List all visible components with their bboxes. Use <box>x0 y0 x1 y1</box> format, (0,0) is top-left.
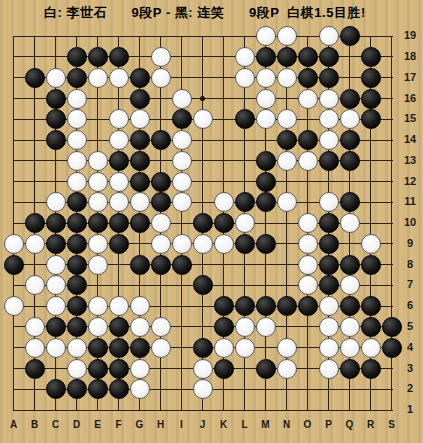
stone-black-D10[interactable] <box>67 213 87 233</box>
stone-black-G4[interactable] <box>130 338 150 358</box>
stone-white-J9[interactable] <box>193 234 213 254</box>
stone-black-M12[interactable] <box>256 172 276 192</box>
stone-white-L17[interactable] <box>235 68 255 88</box>
stone-black-E2[interactable] <box>88 379 108 399</box>
stone-white-K9[interactable] <box>214 234 234 254</box>
stone-black-C9[interactable] <box>46 234 66 254</box>
stone-black-G16[interactable] <box>130 89 150 109</box>
stone-white-D13[interactable] <box>67 151 87 171</box>
stone-white-D3[interactable] <box>67 359 87 379</box>
row-label-2: 2 <box>397 382 423 394</box>
stone-white-I13[interactable] <box>172 151 192 171</box>
stone-white-C8[interactable] <box>46 255 66 275</box>
stone-black-F10[interactable] <box>109 213 129 233</box>
stone-white-E6[interactable] <box>88 296 108 316</box>
row-label-19: 19 <box>397 29 423 41</box>
stone-black-D18[interactable] <box>67 47 87 67</box>
stone-white-E8[interactable] <box>88 255 108 275</box>
stone-white-P16[interactable] <box>319 89 339 109</box>
row-label-10: 10 <box>397 216 423 228</box>
stone-white-N11[interactable] <box>277 192 297 212</box>
col-label-N: N <box>276 419 297 430</box>
stone-white-E9[interactable] <box>88 234 108 254</box>
stone-white-P4[interactable] <box>319 338 339 358</box>
col-label-S: S <box>381 419 402 430</box>
row-label-8: 8 <box>397 258 423 270</box>
stone-white-M17[interactable] <box>256 68 276 88</box>
stone-black-D8[interactable] <box>67 255 87 275</box>
stone-white-F11[interactable] <box>109 192 129 212</box>
stone-white-O13[interactable] <box>298 151 318 171</box>
stone-white-M5[interactable] <box>256 317 276 337</box>
stone-black-P13[interactable] <box>319 151 339 171</box>
go-board-app: 白: 李世石 9段P - 黑: 连笑 9段P 白棋1.5目胜! ABCDEFGH… <box>0 0 423 443</box>
stone-white-C7[interactable] <box>46 275 66 295</box>
stone-white-G6[interactable] <box>130 296 150 316</box>
col-label-M: M <box>255 419 276 430</box>
stone-black-F2[interactable] <box>109 379 129 399</box>
stone-white-C11[interactable] <box>46 192 66 212</box>
stone-white-F14[interactable] <box>109 130 129 150</box>
row-label-4: 4 <box>397 341 423 353</box>
stone-black-K10[interactable] <box>214 213 234 233</box>
stone-black-D2[interactable] <box>67 379 87 399</box>
stone-black-K6[interactable] <box>214 296 234 316</box>
stone-black-P17[interactable] <box>319 68 339 88</box>
col-label-O: O <box>297 419 318 430</box>
stone-white-P14[interactable] <box>319 130 339 150</box>
stone-white-Q7[interactable] <box>340 275 360 295</box>
stone-black-M3[interactable] <box>256 359 276 379</box>
stone-white-D14[interactable] <box>67 130 87 150</box>
stone-white-H9[interactable] <box>151 234 171 254</box>
stone-black-B17[interactable] <box>25 68 45 88</box>
stone-black-Q16[interactable] <box>340 89 360 109</box>
grid-line-horizontal <box>14 410 393 411</box>
stone-black-D7[interactable] <box>67 275 87 295</box>
col-label-F: F <box>108 419 129 430</box>
stone-black-F13[interactable] <box>109 151 129 171</box>
stone-white-H4[interactable] <box>151 338 171 358</box>
stone-black-Q11[interactable] <box>340 192 360 212</box>
stone-white-C6[interactable] <box>46 296 66 316</box>
stone-white-N13[interactable] <box>277 151 297 171</box>
stone-black-L9[interactable] <box>235 234 255 254</box>
stone-black-O14[interactable] <box>298 130 318 150</box>
stone-black-R16[interactable] <box>361 89 381 109</box>
stone-black-D17[interactable] <box>67 68 87 88</box>
row-label-14: 14 <box>397 133 423 145</box>
stone-black-H14[interactable] <box>151 130 171 150</box>
stone-black-M18[interactable] <box>256 47 276 67</box>
stone-white-I12[interactable] <box>172 172 192 192</box>
row-label-9: 9 <box>397 237 423 249</box>
row-label-12: 12 <box>397 175 423 187</box>
col-label-J: J <box>192 419 213 430</box>
stone-white-I16[interactable] <box>172 89 192 109</box>
stone-black-M9[interactable] <box>256 234 276 254</box>
col-label-B: B <box>24 419 45 430</box>
stone-black-L15[interactable] <box>235 109 255 129</box>
stone-white-J15[interactable] <box>193 109 213 129</box>
stone-black-I15[interactable] <box>172 109 192 129</box>
stone-white-M19[interactable] <box>256 26 276 46</box>
stone-white-E5[interactable] <box>88 317 108 337</box>
stone-black-B3[interactable] <box>25 359 45 379</box>
stone-black-J7[interactable] <box>193 275 213 295</box>
stone-black-K5[interactable] <box>214 317 234 337</box>
stone-white-P6[interactable] <box>319 296 339 316</box>
stone-black-E10[interactable] <box>88 213 108 233</box>
stone-black-D9[interactable] <box>67 234 87 254</box>
stone-black-O6[interactable] <box>298 296 318 316</box>
stone-white-D4[interactable] <box>67 338 87 358</box>
stone-black-P8[interactable] <box>319 255 339 275</box>
stone-white-M16[interactable] <box>256 89 276 109</box>
stone-white-J2[interactable] <box>193 379 213 399</box>
stone-black-C16[interactable] <box>46 89 66 109</box>
stone-white-H18[interactable] <box>151 47 171 67</box>
col-label-A: A <box>3 419 24 430</box>
stone-white-N3[interactable] <box>277 359 297 379</box>
stone-white-R4[interactable] <box>361 338 381 358</box>
stone-white-Q4[interactable] <box>340 338 360 358</box>
col-label-E: E <box>87 419 108 430</box>
stone-white-H10[interactable] <box>151 213 171 233</box>
stone-white-N17[interactable] <box>277 68 297 88</box>
stone-white-P19[interactable] <box>319 26 339 46</box>
stone-black-G14[interactable] <box>130 130 150 150</box>
stone-white-P11[interactable] <box>319 192 339 212</box>
stone-white-L18[interactable] <box>235 47 255 67</box>
row-label-16: 16 <box>397 92 423 104</box>
row-label-17: 17 <box>397 71 423 83</box>
stone-white-D16[interactable] <box>67 89 87 109</box>
stone-black-H12[interactable] <box>151 172 171 192</box>
stone-black-C14[interactable] <box>46 130 66 150</box>
row-label-6: 6 <box>397 299 423 311</box>
stone-white-I9[interactable] <box>172 234 192 254</box>
stone-black-D6[interactable] <box>67 296 87 316</box>
stone-black-K3[interactable] <box>214 359 234 379</box>
stone-black-P10[interactable] <box>319 213 339 233</box>
stone-black-D11[interactable] <box>67 192 87 212</box>
stone-black-I8[interactable] <box>172 255 192 275</box>
stone-white-N4[interactable] <box>277 338 297 358</box>
stone-white-G15[interactable] <box>130 109 150 129</box>
stone-white-O7[interactable] <box>298 275 318 295</box>
stone-white-K11[interactable] <box>214 192 234 212</box>
stone-white-G5[interactable] <box>130 317 150 337</box>
stone-white-O10[interactable] <box>298 213 318 233</box>
stone-black-F9[interactable] <box>109 234 129 254</box>
stone-white-D15[interactable] <box>67 109 87 129</box>
stone-black-P18[interactable] <box>319 47 339 67</box>
stone-black-E4[interactable] <box>88 338 108 358</box>
stone-black-Q14[interactable] <box>340 130 360 150</box>
stone-black-C15[interactable] <box>46 109 66 129</box>
stone-white-G11[interactable] <box>130 192 150 212</box>
stone-white-L4[interactable] <box>235 338 255 358</box>
stone-white-P15[interactable] <box>319 109 339 129</box>
col-label-H: H <box>150 419 171 430</box>
stone-white-N19[interactable] <box>277 26 297 46</box>
col-label-C: C <box>45 419 66 430</box>
stone-black-R18[interactable] <box>361 47 381 67</box>
col-label-P: P <box>318 419 339 430</box>
row-label-7: 7 <box>397 278 423 290</box>
stone-white-O9[interactable] <box>298 234 318 254</box>
stone-black-M11[interactable] <box>256 192 276 212</box>
stone-white-H5[interactable] <box>151 317 171 337</box>
stone-black-G13[interactable] <box>130 151 150 171</box>
stone-black-F3[interactable] <box>109 359 129 379</box>
stone-white-F6[interactable] <box>109 296 129 316</box>
stone-black-R8[interactable] <box>361 255 381 275</box>
stone-black-Q8[interactable] <box>340 255 360 275</box>
stone-white-C4[interactable] <box>46 338 66 358</box>
stone-white-Q10[interactable] <box>340 213 360 233</box>
stone-white-B7[interactable] <box>25 275 45 295</box>
stone-black-M6[interactable] <box>256 296 276 316</box>
stone-black-O17[interactable] <box>298 68 318 88</box>
stone-black-L11[interactable] <box>235 192 255 212</box>
stone-white-Q5[interactable] <box>340 317 360 337</box>
stone-white-E11[interactable] <box>88 192 108 212</box>
stone-black-N18[interactable] <box>277 47 297 67</box>
stone-black-G10[interactable] <box>130 213 150 233</box>
stone-white-Q15[interactable] <box>340 109 360 129</box>
stone-white-C17[interactable] <box>46 68 66 88</box>
col-label-K: K <box>213 419 234 430</box>
star-point-J16 <box>200 96 205 101</box>
col-label-R: R <box>360 419 381 430</box>
stone-white-F17[interactable] <box>109 68 129 88</box>
row-label-1: 1 <box>397 403 423 415</box>
stone-black-B10[interactable] <box>25 213 45 233</box>
stone-white-A9[interactable] <box>4 234 24 254</box>
stone-white-E13[interactable] <box>88 151 108 171</box>
stone-black-H11[interactable] <box>151 192 171 212</box>
stone-white-I14[interactable] <box>172 130 192 150</box>
stone-black-A8[interactable] <box>4 255 24 275</box>
stone-white-L5[interactable] <box>235 317 255 337</box>
stone-white-G3[interactable] <box>130 359 150 379</box>
row-label-5: 5 <box>397 320 423 332</box>
stone-black-F5[interactable] <box>109 317 129 337</box>
col-label-L: L <box>234 419 255 430</box>
stone-black-R15[interactable] <box>361 109 381 129</box>
row-label-18: 18 <box>397 50 423 62</box>
stone-white-O8[interactable] <box>298 255 318 275</box>
stone-white-K4[interactable] <box>214 338 234 358</box>
game-info-header: 白: 李世石 9段P - 黑: 连笑 9段P 白棋1.5目胜! <box>0 4 423 22</box>
stone-black-D5[interactable] <box>67 317 87 337</box>
stone-white-F12[interactable] <box>109 172 129 192</box>
stone-black-G12[interactable] <box>130 172 150 192</box>
stone-white-I11[interactable] <box>172 192 192 212</box>
stone-black-R17[interactable] <box>361 68 381 88</box>
stone-black-G8[interactable] <box>130 255 150 275</box>
stone-black-R6[interactable] <box>361 296 381 316</box>
stone-white-D12[interactable] <box>67 172 87 192</box>
col-label-D: D <box>66 419 87 430</box>
stone-white-O16[interactable] <box>298 89 318 109</box>
stone-black-F18[interactable] <box>109 47 129 67</box>
stone-white-G2[interactable] <box>130 379 150 399</box>
stone-black-E3[interactable] <box>88 359 108 379</box>
row-label-3: 3 <box>397 362 423 374</box>
stone-white-L10[interactable] <box>235 213 255 233</box>
stone-white-R9[interactable] <box>361 234 381 254</box>
row-label-15: 15 <box>397 112 423 124</box>
stone-black-C5[interactable] <box>46 317 66 337</box>
stone-black-H8[interactable] <box>151 255 171 275</box>
col-label-Q: Q <box>339 419 360 430</box>
stone-white-F15[interactable] <box>109 109 129 129</box>
stone-black-N6[interactable] <box>277 296 297 316</box>
stone-black-Q19[interactable] <box>340 26 360 46</box>
stone-white-J3[interactable] <box>193 359 213 379</box>
stone-white-M15[interactable] <box>256 109 276 129</box>
stone-black-R3[interactable] <box>361 359 381 379</box>
stone-white-P5[interactable] <box>319 317 339 337</box>
stone-black-M13[interactable] <box>256 151 276 171</box>
stone-black-P7[interactable] <box>319 275 339 295</box>
stone-black-G17[interactable] <box>130 68 150 88</box>
stone-black-C2[interactable] <box>46 379 66 399</box>
stone-white-E12[interactable] <box>88 172 108 192</box>
row-label-11: 11 <box>397 195 423 207</box>
stone-black-N14[interactable] <box>277 130 297 150</box>
stone-white-B4[interactable] <box>25 338 45 358</box>
stone-black-O18[interactable] <box>298 47 318 67</box>
row-label-13: 13 <box>397 154 423 166</box>
stone-black-Q6[interactable] <box>340 296 360 316</box>
stone-black-C10[interactable] <box>46 213 66 233</box>
stone-white-A6[interactable] <box>4 296 24 316</box>
col-label-G: G <box>129 419 150 430</box>
stone-white-B9[interactable] <box>25 234 45 254</box>
stone-black-P9[interactable] <box>319 234 339 254</box>
col-label-I: I <box>171 419 192 430</box>
stone-white-H17[interactable] <box>151 68 171 88</box>
stone-white-B5[interactable] <box>25 317 45 337</box>
stone-white-P3[interactable] <box>319 359 339 379</box>
stone-black-L6[interactable] <box>235 296 255 316</box>
stone-black-J4[interactable] <box>193 338 213 358</box>
stone-white-N15[interactable] <box>277 109 297 129</box>
stone-white-E17[interactable] <box>88 68 108 88</box>
stone-black-E18[interactable] <box>88 47 108 67</box>
stone-black-Q3[interactable] <box>340 359 360 379</box>
stone-black-Q13[interactable] <box>340 151 360 171</box>
stone-black-J10[interactable] <box>193 213 213 233</box>
stone-black-R5[interactable] <box>361 317 381 337</box>
stone-black-F4[interactable] <box>109 338 129 358</box>
